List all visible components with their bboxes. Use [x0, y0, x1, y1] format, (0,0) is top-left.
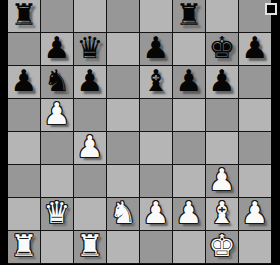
square-h3[interactable]	[239, 165, 271, 197]
piece-white-pawn: ♟	[242, 198, 269, 228]
square-d1[interactable]	[107, 231, 139, 263]
piece-black-rook: ♜	[11, 0, 38, 30]
square-a4[interactable]	[8, 132, 40, 164]
square-d6[interactable]	[107, 66, 139, 98]
square-g8[interactable]	[206, 0, 238, 32]
square-e4[interactable]	[140, 132, 172, 164]
square-c7[interactable]: ♛	[74, 33, 106, 65]
square-a7[interactable]	[8, 33, 40, 65]
square-f7[interactable]	[173, 33, 205, 65]
square-b4[interactable]	[41, 132, 73, 164]
square-c1[interactable]: ♜	[74, 231, 106, 263]
piece-white-king: ♚	[209, 231, 236, 261]
piece-white-queen: ♛	[44, 198, 71, 228]
piece-black-queen: ♛	[77, 33, 104, 63]
piece-black-pawn: ♟	[209, 66, 236, 96]
square-f2[interactable]: ♟	[173, 198, 205, 230]
piece-black-pawn: ♟	[11, 66, 38, 96]
square-d7[interactable]	[107, 33, 139, 65]
square-e7[interactable]: ♟	[140, 33, 172, 65]
square-g4[interactable]	[206, 132, 238, 164]
square-g5[interactable]	[206, 99, 238, 131]
square-h7[interactable]: ♟	[239, 33, 271, 65]
square-b8[interactable]	[41, 0, 73, 32]
square-c8[interactable]	[74, 0, 106, 32]
square-b2[interactable]: ♛	[41, 198, 73, 230]
piece-white-pawn: ♟	[77, 132, 104, 162]
square-h6[interactable]	[239, 66, 271, 98]
square-g3[interactable]: ♟	[206, 165, 238, 197]
square-a5[interactable]	[8, 99, 40, 131]
piece-black-knight: ♞	[44, 66, 71, 96]
square-h4[interactable]	[239, 132, 271, 164]
square-g2[interactable]: ♝	[206, 198, 238, 230]
piece-white-pawn: ♟	[143, 198, 170, 228]
piece-black-pawn: ♟	[77, 66, 104, 96]
piece-white-pawn: ♟	[176, 198, 203, 228]
square-b6[interactable]: ♞	[41, 66, 73, 98]
piece-black-bishop: ♝	[143, 66, 170, 96]
piece-black-pawn: ♟	[44, 33, 71, 63]
chess-board: ♜♜♟♛♟♚♟♟♞♟♝♟♟♟♟♟♛♞♟♟♝♟♜♜♚	[8, 0, 271, 264]
side-to-move-indicator	[265, 3, 277, 15]
square-e2[interactable]: ♟	[140, 198, 172, 230]
square-d8[interactable]	[107, 0, 139, 32]
piece-white-knight: ♞	[110, 198, 137, 228]
square-g7[interactable]: ♚	[206, 33, 238, 65]
square-h2[interactable]: ♟	[239, 198, 271, 230]
square-a3[interactable]	[8, 165, 40, 197]
piece-black-king: ♚	[209, 33, 236, 63]
square-e8[interactable]	[140, 0, 172, 32]
square-d3[interactable]	[107, 165, 139, 197]
square-d4[interactable]	[107, 132, 139, 164]
square-c6[interactable]: ♟	[74, 66, 106, 98]
square-d5[interactable]	[107, 99, 139, 131]
square-b1[interactable]	[41, 231, 73, 263]
square-e6[interactable]: ♝	[140, 66, 172, 98]
square-a6[interactable]: ♟	[8, 66, 40, 98]
square-g6[interactable]: ♟	[206, 66, 238, 98]
square-e1[interactable]	[140, 231, 172, 263]
piece-white-pawn: ♟	[209, 165, 236, 195]
piece-white-pawn: ♟	[44, 99, 71, 129]
square-e5[interactable]	[140, 99, 172, 131]
square-f4[interactable]	[173, 132, 205, 164]
square-f6[interactable]: ♟	[173, 66, 205, 98]
piece-black-pawn: ♟	[242, 33, 269, 63]
piece-black-rook: ♜	[176, 0, 203, 30]
square-f1[interactable]	[173, 231, 205, 263]
square-f8[interactable]: ♜	[173, 0, 205, 32]
square-d2[interactable]: ♞	[107, 198, 139, 230]
square-c3[interactable]	[74, 165, 106, 197]
square-b3[interactable]	[41, 165, 73, 197]
piece-white-rook: ♜	[77, 231, 104, 261]
piece-white-bishop: ♝	[209, 198, 236, 228]
square-h1[interactable]	[239, 231, 271, 263]
chess-app-window: ♜♜♟♛♟♚♟♟♞♟♝♟♟♟♟♟♛♞♟♟♝♟♜♜♚	[0, 0, 280, 265]
square-g1[interactable]: ♚	[206, 231, 238, 263]
square-h5[interactable]	[239, 99, 271, 131]
square-f5[interactable]	[173, 99, 205, 131]
square-c5[interactable]	[74, 99, 106, 131]
square-f3[interactable]	[173, 165, 205, 197]
square-b5[interactable]: ♟	[41, 99, 73, 131]
piece-black-pawn: ♟	[143, 33, 170, 63]
piece-white-rook: ♜	[11, 231, 38, 261]
square-c2[interactable]	[74, 198, 106, 230]
piece-black-pawn: ♟	[176, 66, 203, 96]
square-a8[interactable]: ♜	[8, 0, 40, 32]
square-a1[interactable]: ♜	[8, 231, 40, 263]
square-e3[interactable]	[140, 165, 172, 197]
square-b7[interactable]: ♟	[41, 33, 73, 65]
square-c4[interactable]: ♟	[74, 132, 106, 164]
square-a2[interactable]	[8, 198, 40, 230]
